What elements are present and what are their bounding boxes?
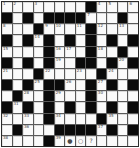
clue-number: 12 [97,24,103,28]
white-cell[interactable]: 16 [55,47,65,57]
black-cell [55,13,65,23]
white-cell[interactable] [76,91,86,101]
black-cell [2,35,12,45]
black-cell [44,47,54,57]
white-cell[interactable] [76,2,86,12]
white-cell[interactable] [13,136,23,146]
black-cell [2,80,12,90]
white-cell[interactable] [107,136,117,146]
clue-number: 10 [55,24,61,28]
white-cell[interactable] [13,47,23,57]
black-cell [118,47,128,57]
clue-number: 31 [13,102,19,106]
clue-number: 11 [76,24,82,28]
white-cell[interactable]: 29 [55,91,65,101]
crossword-page: 1234567891011121314151617181920212223242… [0,0,140,148]
black-cell [65,13,75,23]
clue-number: 35 [107,114,113,118]
black-cell [86,102,96,112]
black-cell [76,58,86,68]
clue-number: 39 [55,136,61,140]
clue-number: 21 [2,69,8,73]
clue-number: 3 [34,2,38,6]
white-cell[interactable] [34,102,44,112]
white-cell[interactable] [23,69,33,79]
white-cell[interactable] [13,58,23,68]
white-cell[interactable]: 8 [2,24,12,34]
white-cell[interactable] [65,91,75,101]
clue-number: 6 [128,2,132,6]
white-cell[interactable] [23,24,33,34]
black-cell [128,58,138,68]
black-cell [65,125,75,135]
black-cell [23,58,33,68]
black-cell [128,80,138,90]
clue-number: 2 [13,2,17,6]
clue-number: 20 [118,58,124,62]
white-cell[interactable] [76,80,86,90]
white-cell[interactable] [23,2,33,12]
white-cell[interactable] [44,125,54,135]
clue-number: 18 [97,47,103,51]
white-cell[interactable] [97,136,107,146]
white-cell[interactable] [55,69,65,79]
white-cell[interactable]: 10 [55,24,65,34]
black-cell [44,35,54,45]
white-cell[interactable] [55,35,65,45]
white-cell[interactable] [34,47,44,57]
white-cell[interactable]: 11 [76,24,86,34]
white-cell[interactable] [13,80,23,90]
clue-number: 22 [44,69,50,73]
special-mark: ○ [76,136,86,146]
crossword-grid: 1234567891011121314151617181920212223242… [1,1,139,147]
white-cell[interactable]: 12 [97,24,107,34]
white-cell[interactable] [65,69,75,79]
black-cell [2,102,12,112]
black-cell [65,102,75,112]
black-cell [55,80,65,90]
black-cell [65,35,75,45]
white-cell[interactable]: 35 [107,114,117,124]
white-cell[interactable] [128,91,138,101]
black-cell [23,102,33,112]
black-cell [97,69,107,79]
black-cell [86,80,96,90]
white-cell[interactable]: 3 [34,2,44,12]
black-cell [44,102,54,112]
white-cell[interactable] [128,47,138,57]
white-cell[interactable] [118,35,128,45]
clue-number: 38 [2,136,8,140]
white-cell[interactable] [65,58,75,68]
special-mark: ? [86,136,96,146]
white-cell[interactable]: 18 [97,47,107,57]
white-cell[interactable] [44,2,54,12]
black-cell [44,58,54,68]
black-cell [107,80,117,90]
white-cell[interactable]: ● [65,136,75,146]
white-cell[interactable] [128,136,138,146]
white-cell[interactable] [55,2,65,12]
white-cell[interactable]: 5 [107,2,117,12]
white-cell[interactable]: 1 [2,2,12,12]
black-cell [44,114,54,124]
white-cell[interactable] [86,69,96,79]
clue-number: 9 [44,24,48,28]
white-cell[interactable] [97,102,107,112]
black-cell [44,91,54,101]
white-cell[interactable] [65,2,75,12]
black-cell [86,91,96,101]
black-cell [13,125,23,135]
black-cell [44,13,54,23]
black-cell [97,114,107,124]
clue-number: 19 [55,58,61,62]
white-cell[interactable]: ○ [76,136,86,146]
white-cell[interactable]: 20 [118,58,128,68]
black-cell [23,35,33,45]
white-cell[interactable]: 30 [97,91,107,101]
white-cell[interactable]: 17 [65,47,75,57]
special-mark: ● [65,136,75,146]
clue-number: 4 [97,2,101,6]
black-cell [107,58,117,68]
white-cell[interactable] [107,24,117,34]
white-cell[interactable] [118,125,128,135]
white-cell[interactable]: 9 [44,24,54,34]
clue-number: 14 [34,35,40,39]
black-cell [86,47,96,57]
black-cell [76,13,86,23]
white-cell[interactable] [76,114,86,124]
white-cell[interactable]: 34 [55,114,65,124]
black-cell [34,24,44,34]
white-cell[interactable] [76,47,86,57]
black-cell [86,125,96,135]
black-cell [44,80,54,90]
white-cell[interactable] [128,24,138,34]
black-cell [2,13,12,23]
white-cell[interactable] [65,114,75,124]
black-cell [34,69,44,79]
white-cell[interactable] [118,91,128,101]
black-cell [13,91,23,101]
white-cell[interactable] [34,91,44,101]
white-cell[interactable] [2,91,12,101]
clue-number: 5 [107,2,111,6]
white-cell[interactable]: 28 [23,91,33,101]
clue-number: 37 [97,125,103,129]
white-cell[interactable]: 15 [2,47,12,57]
black-cell [86,24,96,34]
clue-number: 28 [23,91,29,95]
white-cell[interactable]: 39 [55,136,65,146]
white-cell[interactable] [97,58,107,68]
black-cell [118,13,128,23]
white-cell[interactable] [76,102,86,112]
black-cell [55,125,65,135]
black-cell [86,58,96,68]
white-cell[interactable] [118,80,128,90]
white-cell[interactable] [13,69,23,79]
clue-number: 24 [107,69,113,73]
white-cell[interactable] [128,69,138,79]
white-cell[interactable]: 33 [23,114,33,124]
clue-number: 30 [97,91,103,95]
white-cell[interactable] [34,125,44,135]
clue-number: 29 [55,91,61,95]
clue-number: 15 [2,47,8,51]
white-cell[interactable]: ? [86,136,96,146]
white-cell[interactable] [107,47,117,57]
white-cell[interactable] [2,125,12,135]
clue-number: 7 [86,13,90,17]
white-cell[interactable] [23,47,33,57]
white-cell[interactable] [118,2,128,12]
white-cell[interactable] [65,24,75,34]
white-cell[interactable]: 24 [107,69,117,79]
black-cell [86,35,96,45]
clue-number: 26 [65,80,71,84]
white-cell[interactable] [107,91,117,101]
white-cell[interactable] [13,24,23,34]
white-cell[interactable] [86,114,96,124]
white-cell[interactable] [23,136,33,146]
white-cell[interactable] [97,13,107,23]
white-cell[interactable] [118,136,128,146]
white-cell[interactable] [118,102,128,112]
white-cell[interactable]: 31 [13,102,23,112]
white-cell[interactable]: 21 [2,69,12,79]
white-cell[interactable]: 7 [86,13,96,23]
clue-number: 16 [55,47,61,51]
clue-number: 27 [97,80,103,84]
black-cell [76,125,86,135]
white-cell[interactable]: 27 [97,80,107,90]
white-cell[interactable]: 25 [34,80,44,90]
white-cell[interactable] [97,35,107,45]
clue-number: 34 [55,114,61,118]
white-cell[interactable] [13,35,23,45]
white-cell[interactable]: 23 [76,69,86,79]
black-cell [128,35,138,45]
white-cell[interactable] [34,114,44,124]
clue-number: 25 [34,80,40,84]
white-cell[interactable] [76,35,86,45]
white-cell[interactable] [34,136,44,146]
white-cell[interactable]: 22 [44,69,54,79]
white-cell[interactable]: 36 [23,125,33,135]
white-cell[interactable] [128,13,138,23]
white-cell[interactable]: 26 [65,80,75,90]
white-cell[interactable] [107,13,117,23]
white-cell[interactable] [55,102,65,112]
white-cell[interactable] [118,114,128,124]
white-cell[interactable]: 37 [97,125,107,135]
black-cell [128,102,138,112]
white-cell[interactable] [34,13,44,23]
clue-number: 17 [65,47,71,51]
white-cell[interactable]: 6 [128,2,138,12]
black-cell [23,13,33,23]
white-cell[interactable] [128,114,138,124]
black-cell [107,102,117,112]
white-cell[interactable]: 19 [55,58,65,68]
white-cell[interactable] [13,114,23,124]
clue-number: 23 [76,69,82,73]
white-cell[interactable] [34,58,44,68]
clue-number: 32 [2,114,8,118]
clue-number: 1 [2,2,6,6]
black-cell [86,2,96,12]
white-cell[interactable]: 32 [2,114,12,124]
white-cell[interactable] [13,13,23,23]
clue-number: 13 [118,24,124,28]
black-cell [107,35,117,45]
white-cell[interactable]: 13 [118,24,128,34]
white-cell[interactable]: 38 [2,136,12,146]
white-cell[interactable]: 14 [34,35,44,45]
clue-number: 36 [23,125,29,129]
black-cell [128,125,138,135]
white-cell[interactable]: 2 [13,2,23,12]
clue-number: 33 [23,114,29,118]
clue-number: 8 [2,24,6,28]
black-cell [44,136,54,146]
black-cell [107,125,117,135]
black-cell [2,58,12,68]
white-cell[interactable]: 4 [97,2,107,12]
black-cell [23,80,33,90]
white-cell[interactable] [118,69,128,79]
